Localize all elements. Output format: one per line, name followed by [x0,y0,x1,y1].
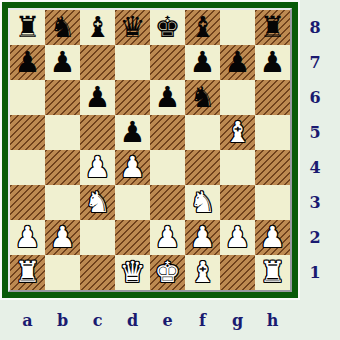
file-labels: abcdefgh [10,302,290,340]
square-e1[interactable]: ♚ [150,255,185,290]
file-label-b: b [45,302,80,340]
white-bishop-f1[interactable]: ♝ [190,255,216,290]
file-label-h: h [255,302,290,340]
square-e8[interactable]: ♚ [150,10,185,45]
rank-label-7: 7 [300,45,330,80]
chess-app-page: ♜♞♝♛♚♝♜♟♟♟♟♟♟♟♞♟♝♟♟♞♞♟♟♟♟♟♟♜♛♚♝♜ 8765432… [0,0,340,340]
square-g4[interactable] [220,150,255,185]
square-h3[interactable] [255,185,290,220]
square-b1[interactable] [45,255,80,290]
rank-label-6: 6 [300,80,330,115]
rank-label-8: 8 [300,10,330,45]
square-h4[interactable] [255,150,290,185]
square-h2[interactable]: ♟ [255,220,290,255]
square-f7[interactable]: ♟ [185,45,220,80]
white-queen-d1[interactable]: ♛ [120,255,146,290]
white-pawn-d4[interactable]: ♟ [120,150,146,185]
square-c7[interactable] [80,45,115,80]
square-e3[interactable] [150,185,185,220]
square-h5[interactable] [255,115,290,150]
square-g2[interactable]: ♟ [220,220,255,255]
chess-board-bevel: ♜♞♝♛♚♝♜♟♟♟♟♟♟♟♞♟♝♟♟♞♞♟♟♟♟♟♟♜♛♚♝♜ [8,8,292,292]
square-c3[interactable]: ♞ [80,185,115,220]
square-c4[interactable]: ♟ [80,150,115,185]
square-a2[interactable]: ♟ [10,220,45,255]
rank-label-5: 5 [300,115,330,150]
chess-board-frame: ♜♞♝♛♚♝♜♟♟♟♟♟♟♟♞♟♝♟♟♞♞♟♟♟♟♟♟♜♛♚♝♜ [0,0,300,300]
square-g8[interactable] [220,10,255,45]
square-b4[interactable] [45,150,80,185]
square-e6[interactable]: ♟ [150,80,185,115]
square-b3[interactable] [45,185,80,220]
square-d4[interactable]: ♟ [115,150,150,185]
square-a4[interactable] [10,150,45,185]
rank-label-3: 3 [300,185,330,220]
square-b7[interactable]: ♟ [45,45,80,80]
square-d5[interactable]: ♟ [115,115,150,150]
square-g3[interactable] [220,185,255,220]
square-e7[interactable] [150,45,185,80]
square-a5[interactable] [10,115,45,150]
black-knight-f6[interactable]: ♞ [190,80,216,115]
file-label-d: d [115,302,150,340]
black-queen-d8[interactable]: ♛ [120,10,146,45]
black-knight-b8[interactable]: ♞ [50,10,76,45]
black-rook-h8[interactable]: ♜ [260,10,286,45]
square-h7[interactable]: ♟ [255,45,290,80]
white-pawn-f2[interactable]: ♟ [190,220,216,255]
square-b8[interactable]: ♞ [45,10,80,45]
square-b2[interactable]: ♟ [45,220,80,255]
black-pawn-d5[interactable]: ♟ [120,115,146,150]
square-e4[interactable] [150,150,185,185]
black-bishop-f8[interactable]: ♝ [190,10,216,45]
square-a8[interactable]: ♜ [10,10,45,45]
rank-label-4: 4 [300,150,330,185]
chess-board[interactable]: ♜♞♝♛♚♝♜♟♟♟♟♟♟♟♞♟♝♟♟♞♞♟♟♟♟♟♟♜♛♚♝♜ [10,10,290,290]
file-label-e: e [150,302,185,340]
square-f4[interactable] [185,150,220,185]
square-c8[interactable]: ♝ [80,10,115,45]
square-e2[interactable]: ♟ [150,220,185,255]
file-label-c: c [80,302,115,340]
square-c5[interactable] [80,115,115,150]
white-bishop-g5[interactable]: ♝ [225,115,251,150]
square-f3[interactable]: ♞ [185,185,220,220]
square-d7[interactable] [115,45,150,80]
square-e5[interactable] [150,115,185,150]
white-king-e1[interactable]: ♚ [155,255,181,290]
square-b5[interactable] [45,115,80,150]
square-a7[interactable]: ♟ [10,45,45,80]
black-pawn-e6[interactable]: ♟ [155,80,181,115]
white-knight-c3[interactable]: ♞ [85,185,111,220]
square-f8[interactable]: ♝ [185,10,220,45]
square-h6[interactable] [255,80,290,115]
black-bishop-c8[interactable]: ♝ [85,10,111,45]
square-c6[interactable]: ♟ [80,80,115,115]
black-pawn-g7[interactable]: ♟ [225,45,251,80]
square-g1[interactable] [220,255,255,290]
rank-label-2: 2 [300,220,330,255]
square-h8[interactable]: ♜ [255,10,290,45]
rank-labels: 87654321 [300,10,330,290]
square-d6[interactable] [115,80,150,115]
square-b6[interactable] [45,80,80,115]
white-rook-a1[interactable]: ♜ [15,255,41,290]
square-f6[interactable]: ♞ [185,80,220,115]
white-pawn-a2[interactable]: ♟ [15,220,41,255]
file-label-g: g [220,302,255,340]
white-rook-h1[interactable]: ♜ [260,255,286,290]
rank-label-1: 1 [300,255,330,290]
square-g7[interactable]: ♟ [220,45,255,80]
square-a1[interactable]: ♜ [10,255,45,290]
square-a3[interactable] [10,185,45,220]
file-label-f: f [185,302,220,340]
white-pawn-b2[interactable]: ♟ [50,220,76,255]
square-g6[interactable] [220,80,255,115]
square-h1[interactable]: ♜ [255,255,290,290]
square-f1[interactable]: ♝ [185,255,220,290]
white-pawn-h2[interactable]: ♟ [260,220,286,255]
white-pawn-e2[interactable]: ♟ [155,220,181,255]
square-d8[interactable]: ♛ [115,10,150,45]
square-a6[interactable] [10,80,45,115]
square-d3[interactable] [115,185,150,220]
white-pawn-g2[interactable]: ♟ [225,220,251,255]
file-label-a: a [10,302,45,340]
black-pawn-a7[interactable]: ♟ [15,45,41,80]
black-pawn-h7[interactable]: ♟ [260,45,286,80]
square-d2[interactable] [115,220,150,255]
white-knight-f3[interactable]: ♞ [190,185,216,220]
square-f2[interactable]: ♟ [185,220,220,255]
square-c2[interactable] [80,220,115,255]
white-pawn-c4[interactable]: ♟ [85,150,111,185]
square-f5[interactable] [185,115,220,150]
black-rook-a8[interactable]: ♜ [15,10,41,45]
square-d1[interactable]: ♛ [115,255,150,290]
black-king-e8[interactable]: ♚ [155,10,181,45]
square-c1[interactable] [80,255,115,290]
black-pawn-b7[interactable]: ♟ [50,45,76,80]
black-pawn-c6[interactable]: ♟ [85,80,111,115]
square-g5[interactable]: ♝ [220,115,255,150]
black-pawn-f7[interactable]: ♟ [190,45,216,80]
